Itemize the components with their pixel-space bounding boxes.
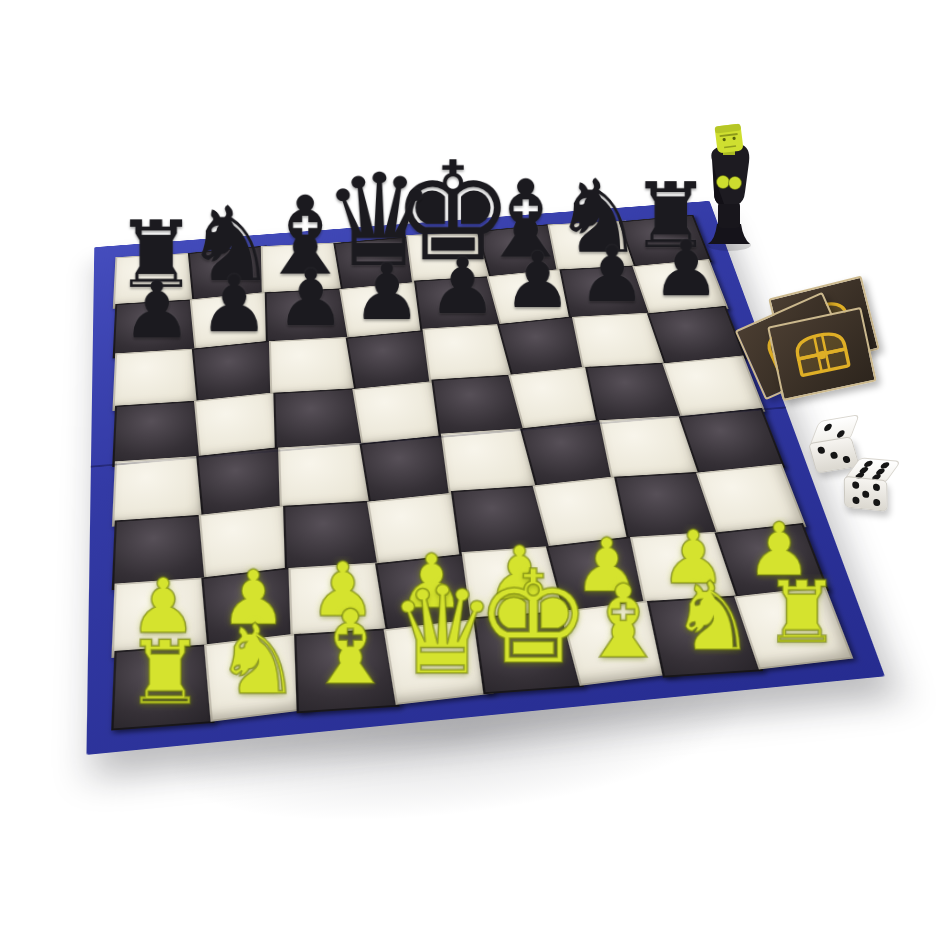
square-a7[interactable]: ♟: [118, 301, 196, 357]
die-pip: [873, 498, 880, 506]
die-pip: [872, 484, 879, 492]
square-face: [599, 415, 703, 483]
die-pip: [852, 481, 859, 489]
square-b1[interactable]: ♞: [208, 638, 304, 718]
black-pawn[interactable]: ♟: [577, 240, 646, 311]
scene: ♜♞♝♛♚♝♞♜♟♟♟♟♟♟♟♟♟♟♟♟♟♟♟♟♜♞♝♛♚♝♞♜: [0, 0, 946, 946]
frankenstein-figure: [686, 120, 772, 252]
square-b5[interactable]: [198, 396, 282, 458]
token-fist-left: [717, 176, 730, 189]
square-e6[interactable]: [425, 326, 512, 383]
square-c4[interactable]: [282, 444, 371, 509]
yellow-rook[interactable]: ♜: [763, 574, 839, 652]
square-a4[interactable]: [117, 458, 202, 524]
square-h6[interactable]: [651, 308, 743, 364]
black-pawn[interactable]: ♟: [502, 245, 572, 316]
die-pip: [830, 451, 839, 459]
die-2-front-face: [844, 476, 888, 512]
square-h7[interactable]: ♟: [636, 261, 725, 314]
black-pawn[interactable]: ♟: [351, 257, 421, 329]
yellow-bishop[interactable]: ♝: [304, 601, 396, 695]
square-d4[interactable]: [363, 437, 454, 502]
square-e5[interactable]: [434, 376, 524, 437]
yellow-knight[interactable]: ♞: [214, 615, 301, 705]
black-pawn[interactable]: ♟: [427, 251, 497, 323]
square-a1[interactable]: ♜: [117, 647, 211, 728]
black-pawn[interactable]: ♟: [275, 263, 345, 335]
square-g7[interactable]: ♟: [563, 266, 650, 319]
square-d6[interactable]: [349, 332, 434, 390]
square-d7[interactable]: ♟: [343, 283, 426, 337]
frankenstein-token[interactable]: [686, 120, 772, 252]
square-f4[interactable]: [524, 423, 619, 487]
square-b4[interactable]: [200, 451, 287, 517]
square-c6[interactable]: [273, 338, 356, 396]
die-pip: [823, 423, 833, 432]
square-d1[interactable]: ♛: [388, 621, 489, 700]
square-e4[interactable]: [444, 430, 537, 494]
square-a5[interactable]: [118, 402, 201, 464]
treasure-tiles: [746, 286, 902, 406]
die-pip: [862, 490, 869, 498]
die-2[interactable]: [840, 454, 902, 518]
square-c7[interactable]: ♟: [268, 289, 349, 344]
yellow-knight[interactable]: ♞: [670, 573, 755, 661]
square-c5[interactable]: [277, 389, 363, 451]
chess-board: ♜♞♝♛♚♝♞♜♟♟♟♟♟♟♟♟♟♟♟♟♟♟♟♟♜♞♝♛♚♝♞♜: [86, 201, 884, 755]
token-legs: [718, 202, 740, 228]
board-grid: ♜♞♝♛♚♝♞♜♟♟♟♟♟♟♟♟♟♟♟♟♟♟♟♟♜♞♝♛♚♝♞♜: [117, 216, 848, 727]
board-blue-border: ♜♞♝♛♚♝♞♜♟♟♟♟♟♟♟♟♟♟♟♟♟♟♟♟♜♞♝♛♚♝♞♜: [86, 201, 884, 755]
square-e7[interactable]: ♟: [417, 278, 501, 332]
token-fist-right: [729, 177, 742, 190]
token-head: [715, 124, 744, 154]
square-d5[interactable]: [356, 383, 444, 444]
dice: [804, 416, 914, 526]
yellow-bishop[interactable]: ♝: [578, 576, 669, 669]
black-pawn[interactable]: ♟: [121, 274, 192, 347]
yellow-queen[interactable]: ♛: [387, 575, 496, 687]
square-c1[interactable]: ♝: [298, 630, 397, 710]
square-a6[interactable]: [118, 350, 198, 409]
die-pip: [852, 496, 859, 504]
yellow-rook[interactable]: ♜: [125, 633, 203, 713]
black-pawn[interactable]: ♟: [198, 269, 269, 341]
die-pip: [817, 446, 826, 454]
